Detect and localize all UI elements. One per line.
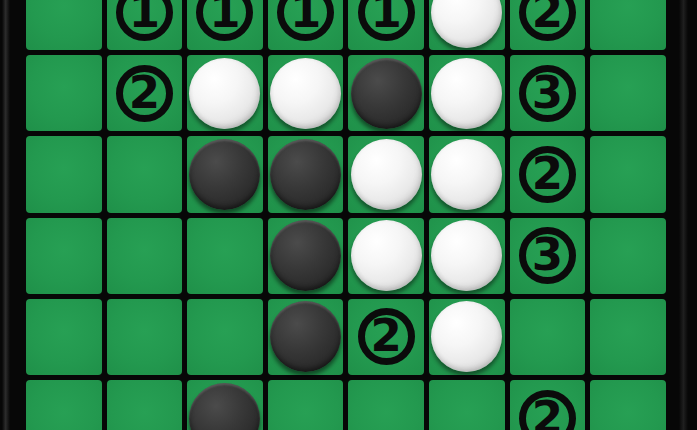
cell-c5[interactable] — [348, 136, 424, 212]
move-hint-badge: 3 — [519, 65, 576, 122]
reversi-app: { "game": "reversi", "board": { "grid_co… — [0, 0, 697, 430]
white-disc — [270, 58, 341, 129]
frame-right-highlight — [679, 0, 688, 430]
cell-e3[interactable] — [187, 299, 263, 375]
cell-b6[interactable] — [429, 55, 505, 131]
cell-e2[interactable] — [107, 299, 183, 375]
cell-c4[interactable] — [268, 136, 344, 212]
cell-e8[interactable] — [590, 299, 666, 375]
black-disc — [189, 139, 260, 210]
cell-b1[interactable] — [26, 55, 102, 131]
cell-b5[interactable] — [348, 55, 424, 131]
cell-c8[interactable] — [590, 136, 666, 212]
black-disc — [189, 383, 260, 430]
white-disc — [431, 58, 502, 129]
cell-e4[interactable] — [268, 299, 344, 375]
cell-d2[interactable] — [107, 218, 183, 294]
move-hint-badge: 2 — [116, 65, 173, 122]
move-hint-badge: 1 — [277, 0, 334, 41]
white-disc — [351, 220, 422, 291]
cell-f6[interactable] — [429, 380, 505, 430]
black-disc — [270, 220, 341, 291]
black-disc — [270, 139, 341, 210]
cell-b7[interactable]: 3 — [510, 55, 586, 131]
cell-e1[interactable] — [26, 299, 102, 375]
cell-c2[interactable] — [107, 136, 183, 212]
move-hint-badge: 1 — [358, 0, 415, 41]
move-hint-badge: 2 — [358, 308, 415, 365]
cell-d7[interactable]: 3 — [510, 218, 586, 294]
cell-d4[interactable] — [268, 218, 344, 294]
cell-c6[interactable] — [429, 136, 505, 212]
cell-e5[interactable]: 2 — [348, 299, 424, 375]
frame-left-highlight — [2, 0, 10, 430]
cell-f4[interactable] — [268, 380, 344, 430]
cell-b3[interactable] — [187, 55, 263, 131]
cell-f8[interactable] — [590, 380, 666, 430]
black-disc — [351, 58, 422, 129]
cell-c3[interactable] — [187, 136, 263, 212]
cell-a8[interactable] — [590, 0, 666, 50]
white-disc — [431, 301, 502, 372]
white-disc — [351, 139, 422, 210]
move-hint-badge: 2 — [519, 146, 576, 203]
cell-d8[interactable] — [590, 218, 666, 294]
cell-d3[interactable] — [187, 218, 263, 294]
cell-a3[interactable]: 1 — [187, 0, 263, 50]
black-disc — [270, 301, 341, 372]
cell-e7[interactable] — [510, 299, 586, 375]
cell-d5[interactable] — [348, 218, 424, 294]
cell-c7[interactable]: 2 — [510, 136, 586, 212]
move-hint-badge: 1 — [196, 0, 253, 41]
cell-e6[interactable] — [429, 299, 505, 375]
cell-a4[interactable]: 1 — [268, 0, 344, 50]
cell-f3[interactable] — [187, 380, 263, 430]
cell-f1[interactable] — [26, 380, 102, 430]
cell-c1[interactable] — [26, 136, 102, 212]
white-disc — [431, 220, 502, 291]
cell-a6[interactable] — [429, 0, 505, 50]
move-hint-badge: 2 — [519, 390, 576, 430]
white-disc — [189, 58, 260, 129]
cell-d1[interactable] — [26, 218, 102, 294]
cell-b2[interactable]: 2 — [107, 55, 183, 131]
cell-b8[interactable] — [590, 55, 666, 131]
move-hint-badge: 2 — [519, 0, 576, 41]
cell-b4[interactable] — [268, 55, 344, 131]
white-disc — [431, 0, 502, 48]
cell-a7[interactable]: 2 — [510, 0, 586, 50]
move-hint-badge: 3 — [519, 227, 576, 284]
cell-f5[interactable] — [348, 380, 424, 430]
cell-f2[interactable] — [107, 380, 183, 430]
white-disc — [431, 139, 502, 210]
cell-a2[interactable]: 1 — [107, 0, 183, 50]
cell-a1[interactable] — [26, 0, 102, 50]
cell-f7[interactable]: 2 — [510, 380, 586, 430]
cell-a5[interactable]: 1 — [348, 0, 424, 50]
reversi-board: 11112232322 — [26, 0, 666, 430]
move-hint-badge: 1 — [116, 0, 173, 41]
cell-d6[interactable] — [429, 218, 505, 294]
